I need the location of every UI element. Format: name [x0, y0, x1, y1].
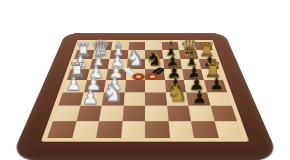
square-d6[interactable]: ♞	[126, 59, 145, 69]
square-e4[interactable]	[145, 80, 166, 92]
piece-white-pawn-b3[interactable]: ♟	[82, 88, 99, 106]
square-f3[interactable]: ♞	[166, 92, 189, 106]
square-d5[interactable]	[126, 69, 146, 80]
square-d1[interactable]	[121, 121, 145, 138]
piece-white-pawn-a4[interactable]: ♟	[65, 75, 81, 92]
piece-black-pawn-h4[interactable]: ♟	[209, 75, 225, 92]
square-h3[interactable]	[207, 92, 232, 106]
square-c1[interactable]	[96, 121, 122, 138]
board-grid: ♜♛♝♝♛♜♟♝♟♞♞♟♝♟♜♟♟♟♟♜♟♟♟♟♟♟♟♞♞♟	[47, 42, 243, 138]
square-h1[interactable]	[214, 121, 243, 138]
square-e3[interactable]	[145, 92, 167, 106]
photo-stage: ♜♛♝♝♛♜♟♝♟♞♞♟♝♟♜♟♟♟♟♜♟♟♟♟♟♟♟♞♞♟	[0, 0, 290, 160]
square-e6[interactable]: ♞	[145, 59, 164, 69]
square-e1[interactable]	[145, 121, 169, 138]
square-g3[interactable]: ♟	[186, 92, 210, 106]
fallen-black-king-e5[interactable]	[145, 69, 165, 80]
square-c2[interactable]	[99, 106, 123, 121]
piece-black-knight-f3[interactable]: ♞	[167, 82, 189, 105]
square-h2[interactable]	[210, 106, 237, 121]
chess-board: ♜♛♝♝♛♜♟♝♟♞♞♟♝♟♜♟♟♟♟♜♟♟♟♟♟♟♟♞♞♟	[10, 33, 280, 160]
piece-black-knight-e6[interactable]: ♞	[145, 49, 164, 69]
square-c3[interactable]: ♞	[102, 92, 125, 106]
square-b1[interactable]	[72, 121, 99, 138]
fallen-white-king-d5[interactable]	[126, 69, 146, 80]
square-e2[interactable]	[145, 106, 168, 121]
square-d2[interactable]	[122, 106, 145, 121]
maple-border-line: ♜♛♝♝♛♜♟♝♟♞♞♟♝♟♜♟♟♟♟♜♟♟♟♟♟♟♟♞♞♟	[41, 40, 249, 142]
piece-white-knight-d6[interactable]: ♞	[126, 49, 145, 69]
square-f2[interactable]	[167, 106, 191, 121]
square-d4[interactable]	[124, 80, 145, 92]
square-b2[interactable]	[76, 106, 102, 121]
scene-3d: ♜♛♝♝♛♜♟♝♟♞♞♟♝♟♜♟♟♟♟♜♟♟♟♟♟♟♟♞♞♟	[0, 0, 290, 160]
square-e5[interactable]	[145, 69, 165, 80]
square-a2[interactable]	[53, 106, 80, 121]
square-b3[interactable]: ♟	[80, 92, 104, 106]
piece-black-pawn-g3[interactable]: ♟	[191, 88, 208, 106]
square-f1[interactable]	[168, 121, 194, 138]
square-d3[interactable]	[123, 92, 145, 106]
piece-white-knight-c3[interactable]: ♞	[101, 82, 123, 105]
